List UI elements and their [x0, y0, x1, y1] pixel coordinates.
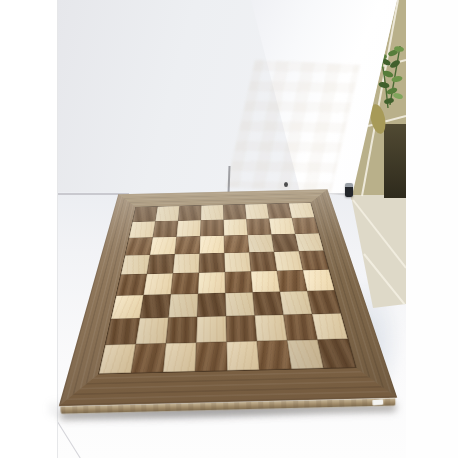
square-r7c5	[257, 340, 292, 369]
chessboard-scene	[24, 0, 432, 402]
square-r5c7	[307, 290, 341, 314]
square-r7c3	[195, 342, 227, 371]
square-r2c6	[271, 234, 298, 252]
square-r7c1	[131, 343, 166, 373]
square-r0c5	[245, 204, 269, 219]
square-r2c0	[125, 237, 153, 255]
square-r1c2	[176, 220, 200, 237]
square-r4c7	[303, 270, 335, 291]
square-r1c4	[224, 219, 248, 236]
square-r2c7	[295, 233, 323, 251]
square-r3c7	[299, 251, 329, 271]
square-r6c2	[166, 317, 197, 343]
square-r3c2	[173, 254, 200, 274]
square-r5c1	[140, 294, 171, 318]
photo-of-chessboard	[0, 0, 458, 458]
board-grid	[98, 202, 357, 374]
square-r4c1	[143, 273, 172, 295]
square-r1c3	[200, 220, 224, 237]
square-r0c3	[201, 205, 224, 220]
square-r4c0	[116, 274, 147, 296]
square-r2c1	[150, 237, 177, 255]
square-r0c2	[178, 206, 201, 221]
square-r6c1	[136, 318, 169, 345]
square-r7c2	[163, 343, 196, 373]
square-r3c1	[147, 254, 175, 274]
square-r1c5	[246, 219, 271, 235]
square-r2c4	[224, 235, 249, 253]
square-r3c4	[224, 252, 250, 272]
square-r5c5	[253, 292, 284, 316]
square-r6c3	[196, 316, 226, 342]
square-r4c5	[251, 271, 280, 293]
square-r6c0	[105, 318, 139, 345]
square-r5c3	[197, 293, 226, 317]
square-r1c7	[292, 217, 319, 233]
square-r7c0	[99, 344, 136, 374]
square-r5c0	[111, 295, 143, 319]
square-r7c7	[317, 339, 355, 368]
square-r2c2	[175, 236, 200, 254]
square-r3c5	[249, 252, 277, 272]
square-r6c7	[312, 313, 348, 339]
square-r5c4	[225, 292, 254, 316]
square-r1c1	[153, 221, 178, 238]
square-r0c6	[267, 203, 292, 218]
square-r1c6	[269, 218, 295, 234]
square-r7c4	[227, 341, 260, 370]
square-r3c0	[121, 255, 150, 275]
edge-sticker	[372, 399, 383, 405]
square-r0c7	[289, 203, 315, 218]
square-r6c5	[255, 315, 288, 341]
square-r2c5	[248, 234, 274, 252]
chessboard	[59, 189, 398, 406]
board-wrap	[45, 0, 397, 406]
square-r4c2	[171, 273, 199, 295]
square-r3c3	[199, 253, 225, 273]
square-r4c3	[198, 272, 225, 294]
square-r0c4	[223, 204, 246, 219]
square-r5c2	[168, 294, 198, 318]
square-r2c3	[200, 236, 225, 254]
square-r0c1	[155, 206, 179, 221]
square-r4c4	[225, 271, 253, 293]
square-r0c0	[133, 207, 158, 222]
square-r6c4	[226, 315, 257, 341]
square-r1c0	[129, 221, 155, 238]
